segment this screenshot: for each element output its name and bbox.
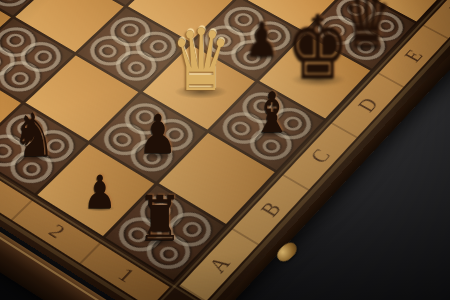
photo-stage: ABCDEFGH 12345678 ♛♟♚♛♝♟♞♟♜ xyxy=(0,0,450,300)
chess-board: ABCDEFGH 12345678 xyxy=(0,0,450,300)
